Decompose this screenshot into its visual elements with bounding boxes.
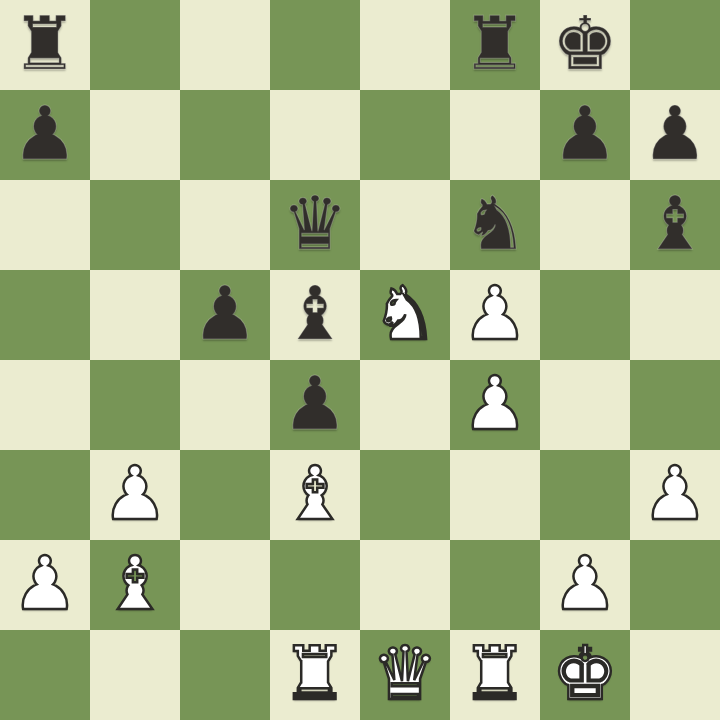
square-d2[interactable] [270,540,360,630]
square-d8[interactable] [270,0,360,90]
square-f1[interactable]: ♜ [450,630,540,720]
black-bishop-icon[interactable]: ♝ [282,270,348,358]
square-c5[interactable]: ♟ [180,270,270,360]
square-b1[interactable] [90,630,180,720]
square-d4[interactable]: ♟ [270,360,360,450]
square-b6[interactable] [90,180,180,270]
white-pawn-icon[interactable]: ♟ [12,540,78,628]
square-g8[interactable]: ♚ [540,0,630,90]
white-knight-icon[interactable]: ♞ [372,270,438,358]
white-pawn-icon[interactable]: ♟ [462,270,528,358]
black-pawn-icon[interactable]: ♟ [282,360,348,448]
square-e3[interactable] [360,450,450,540]
square-h4[interactable] [630,360,720,450]
square-e7[interactable] [360,90,450,180]
square-g7[interactable]: ♟ [540,90,630,180]
square-a4[interactable] [0,360,90,450]
square-a3[interactable] [0,450,90,540]
square-g6[interactable] [540,180,630,270]
square-e2[interactable] [360,540,450,630]
black-pawn-icon[interactable]: ♟ [12,90,78,178]
square-h6[interactable]: ♝ [630,180,720,270]
black-pawn-icon[interactable]: ♟ [552,90,618,178]
square-g4[interactable] [540,360,630,450]
square-e4[interactable] [360,360,450,450]
square-b5[interactable] [90,270,180,360]
square-a2[interactable]: ♟ [0,540,90,630]
chess-board: ♜♜♚♟♟♟♛♞♝♟♝♞♟♟♟♟♝♟♟♝♟♜♛♜♚ [0,0,720,720]
square-g2[interactable]: ♟ [540,540,630,630]
white-bishop-icon[interactable]: ♝ [102,540,168,628]
square-d6[interactable]: ♛ [270,180,360,270]
square-d1[interactable]: ♜ [270,630,360,720]
black-bishop-icon[interactable]: ♝ [642,180,708,268]
white-pawn-icon[interactable]: ♟ [102,450,168,538]
square-d7[interactable] [270,90,360,180]
black-knight-icon[interactable]: ♞ [462,180,528,268]
square-e5[interactable]: ♞ [360,270,450,360]
square-b8[interactable] [90,0,180,90]
square-b3[interactable]: ♟ [90,450,180,540]
square-a1[interactable] [0,630,90,720]
square-b7[interactable] [90,90,180,180]
square-f8[interactable]: ♜ [450,0,540,90]
white-queen-icon[interactable]: ♛ [372,630,438,718]
square-c2[interactable] [180,540,270,630]
square-b4[interactable] [90,360,180,450]
black-pawn-icon[interactable]: ♟ [192,270,258,358]
square-f3[interactable] [450,450,540,540]
white-pawn-icon[interactable]: ♟ [642,450,708,538]
square-h7[interactable]: ♟ [630,90,720,180]
white-rook-icon[interactable]: ♜ [462,630,528,718]
white-king-icon[interactable]: ♚ [552,630,618,718]
square-f2[interactable] [450,540,540,630]
square-d3[interactable]: ♝ [270,450,360,540]
square-h3[interactable]: ♟ [630,450,720,540]
square-h1[interactable] [630,630,720,720]
square-a8[interactable]: ♜ [0,0,90,90]
square-g1[interactable]: ♚ [540,630,630,720]
square-h2[interactable] [630,540,720,630]
square-c6[interactable] [180,180,270,270]
square-f7[interactable] [450,90,540,180]
square-h8[interactable] [630,0,720,90]
square-f6[interactable]: ♞ [450,180,540,270]
square-e8[interactable] [360,0,450,90]
black-rook-icon[interactable]: ♜ [12,0,78,88]
square-c7[interactable] [180,90,270,180]
black-king-icon[interactable]: ♚ [552,0,618,88]
square-d5[interactable]: ♝ [270,270,360,360]
square-g5[interactable] [540,270,630,360]
square-a6[interactable] [0,180,90,270]
square-g3[interactable] [540,450,630,540]
black-rook-icon[interactable]: ♜ [462,0,528,88]
white-pawn-icon[interactable]: ♟ [552,540,618,628]
black-pawn-icon[interactable]: ♟ [642,90,708,178]
square-c1[interactable] [180,630,270,720]
square-a5[interactable] [0,270,90,360]
square-a7[interactable]: ♟ [0,90,90,180]
square-f4[interactable]: ♟ [450,360,540,450]
square-b2[interactable]: ♝ [90,540,180,630]
square-f5[interactable]: ♟ [450,270,540,360]
black-queen-icon[interactable]: ♛ [282,180,348,268]
square-c8[interactable] [180,0,270,90]
square-c3[interactable] [180,450,270,540]
square-e6[interactable] [360,180,450,270]
square-h5[interactable] [630,270,720,360]
white-bishop-icon[interactable]: ♝ [282,450,348,538]
white-pawn-icon[interactable]: ♟ [462,360,528,448]
square-e1[interactable]: ♛ [360,630,450,720]
square-c4[interactable] [180,360,270,450]
white-rook-icon[interactable]: ♜ [282,630,348,718]
